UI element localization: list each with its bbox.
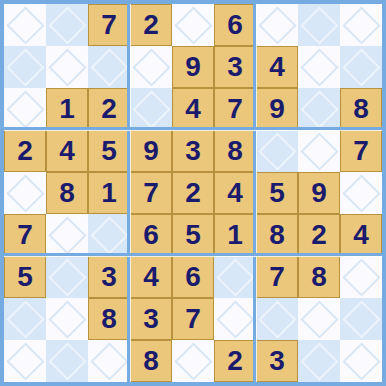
cell-value: 4 — [227, 179, 243, 207]
cell-r2c2[interactable] — [46, 46, 88, 88]
cell-r3c3[interactable]: 2 — [88, 88, 130, 130]
cell-value: 9 — [311, 179, 327, 207]
cell-value: 8 — [101, 305, 117, 333]
cell-value: 3 — [227, 53, 243, 81]
cell-r5c1[interactable] — [4, 172, 46, 214]
cell-r8c1[interactable] — [4, 298, 46, 340]
cell-value: 7 — [227, 95, 243, 123]
cell-value: 3 — [101, 263, 117, 291]
cell-value: 8 — [353, 95, 369, 123]
cell-r6c5[interactable]: 5 — [172, 214, 214, 256]
cell-r9c2[interactable] — [46, 340, 88, 382]
cell-value: 8 — [143, 347, 159, 375]
cell-r2c6[interactable]: 3 — [214, 46, 256, 88]
diamond-pattern-icon — [216, 300, 254, 338]
cell-r2c9[interactable] — [340, 46, 382, 88]
diamond-pattern-icon — [48, 6, 86, 44]
cell-r8c6[interactable] — [214, 298, 256, 340]
diamond-pattern-icon — [258, 300, 296, 338]
cell-value: 9 — [269, 95, 285, 123]
cell-value: 7 — [353, 137, 369, 165]
cell-r6c9[interactable]: 4 — [340, 214, 382, 256]
cell-r3c7[interactable]: 9 — [256, 88, 298, 130]
cell-value: 5 — [185, 221, 201, 249]
cell-r8c5[interactable]: 7 — [172, 298, 214, 340]
cell-r9c8[interactable] — [298, 340, 340, 382]
cell-value: 7 — [143, 179, 159, 207]
cell-r4c4[interactable]: 9 — [130, 130, 172, 172]
cell-value: 5 — [101, 137, 117, 165]
cell-value: 4 — [143, 263, 159, 291]
cell-value: 8 — [269, 221, 285, 249]
diamond-pattern-icon — [48, 48, 86, 86]
cell-r1c4[interactable]: 2 — [130, 4, 172, 46]
cell-value: 6 — [227, 11, 243, 39]
cell-value: 6 — [143, 221, 159, 249]
cell-r1c2[interactable] — [46, 4, 88, 46]
cell-value: 3 — [269, 347, 285, 375]
diamond-pattern-icon — [48, 300, 86, 338]
cell-value: 9 — [143, 137, 159, 165]
cell-r7c1[interactable]: 5 — [4, 256, 46, 298]
cell-value: 5 — [17, 263, 33, 291]
cell-r7c6[interactable] — [214, 256, 256, 298]
cell-r6c1[interactable]: 7 — [4, 214, 46, 256]
cell-value: 9 — [185, 53, 201, 81]
cell-r5c4[interactable]: 7 — [130, 172, 172, 214]
cell-r8c8[interactable] — [298, 298, 340, 340]
cell-value: 8 — [311, 263, 327, 291]
diamond-pattern-icon — [132, 90, 170, 128]
box-separator-horizontal-1 — [4, 127, 382, 130]
diamond-pattern-icon — [342, 6, 380, 44]
cell-r1c3[interactable]: 7 — [88, 4, 130, 46]
cell-r6c6[interactable]: 1 — [214, 214, 256, 256]
cell-value: 8 — [227, 137, 243, 165]
cell-value: 2 — [185, 179, 201, 207]
cell-value: 2 — [143, 11, 159, 39]
cell-value: 7 — [17, 221, 33, 249]
diamond-pattern-icon — [90, 342, 128, 380]
cell-r7c9[interactable] — [340, 256, 382, 298]
cell-value: 2 — [101, 95, 117, 123]
cell-r6c7[interactable]: 8 — [256, 214, 298, 256]
cell-value: 7 — [101, 11, 117, 39]
diamond-pattern-icon — [300, 6, 338, 44]
cell-value: 5 — [269, 179, 285, 207]
cell-r6c4[interactable]: 6 — [130, 214, 172, 256]
diamond-pattern-icon — [342, 174, 380, 212]
diamond-pattern-icon — [6, 48, 44, 86]
cell-r5c9[interactable] — [340, 172, 382, 214]
cell-r7c3[interactable]: 3 — [88, 256, 130, 298]
cell-r4c6[interactable]: 8 — [214, 130, 256, 172]
cell-value: 4 — [353, 221, 369, 249]
diamond-pattern-icon — [342, 48, 380, 86]
cell-r7c7[interactable]: 7 — [256, 256, 298, 298]
cell-r2c5[interactable]: 9 — [172, 46, 214, 88]
diamond-pattern-icon — [300, 90, 338, 128]
cell-value: 8 — [59, 179, 75, 207]
cell-r5c7[interactable]: 5 — [256, 172, 298, 214]
cell-value: 1 — [59, 95, 75, 123]
diamond-pattern-icon — [300, 300, 338, 338]
diamond-pattern-icon — [174, 6, 212, 44]
cell-value: 4 — [269, 53, 285, 81]
cell-r3c4[interactable] — [130, 88, 172, 130]
cell-r5c8[interactable]: 9 — [298, 172, 340, 214]
cell-r6c2[interactable] — [46, 214, 88, 256]
cell-r5c2[interactable]: 8 — [46, 172, 88, 214]
cell-r4c7[interactable] — [256, 130, 298, 172]
diamond-pattern-icon — [174, 342, 212, 380]
diamond-pattern-icon — [6, 174, 44, 212]
sudoku-board: 7269341247982459387817245976518245346788… — [0, 0, 386, 386]
diamond-pattern-icon — [48, 216, 86, 254]
box-separator-vertical-1 — [127, 4, 130, 382]
diamond-pattern-icon — [300, 342, 338, 380]
cell-r3c8[interactable] — [298, 88, 340, 130]
cell-r2c4[interactable] — [130, 46, 172, 88]
cell-value: 4 — [59, 137, 75, 165]
cell-r8c4[interactable]: 3 — [130, 298, 172, 340]
diamond-pattern-icon — [6, 342, 44, 380]
cell-value: 7 — [185, 305, 201, 333]
cell-r8c9[interactable] — [340, 298, 382, 340]
cell-r7c8[interactable]: 8 — [298, 256, 340, 298]
cell-value: 6 — [185, 263, 201, 291]
cell-r5c6[interactable]: 4 — [214, 172, 256, 214]
cell-r3c1[interactable] — [4, 88, 46, 130]
cell-r1c7[interactable] — [256, 4, 298, 46]
cell-r9c6[interactable]: 2 — [214, 340, 256, 382]
box-separator-horizontal-2 — [4, 253, 382, 256]
cell-r9c9[interactable] — [340, 340, 382, 382]
cell-r2c1[interactable] — [4, 46, 46, 88]
cell-r4c2[interactable]: 4 — [46, 130, 88, 172]
cell-r3c9[interactable]: 8 — [340, 88, 382, 130]
diamond-pattern-icon — [258, 6, 296, 44]
cell-r9c7[interactable]: 3 — [256, 340, 298, 382]
cell-r8c3[interactable]: 8 — [88, 298, 130, 340]
cell-r7c5[interactable]: 6 — [172, 256, 214, 298]
cell-r3c6[interactable]: 7 — [214, 88, 256, 130]
cell-r5c5[interactable]: 2 — [172, 172, 214, 214]
diamond-pattern-icon — [132, 48, 170, 86]
diamond-pattern-icon — [48, 258, 86, 296]
cell-value: 1 — [227, 221, 243, 249]
cell-value: 7 — [269, 263, 285, 291]
diamond-pattern-icon — [48, 342, 86, 380]
diamond-pattern-icon — [342, 300, 380, 338]
sudoku-grid: 7269341247982459387817245976518245346788… — [4, 4, 382, 382]
cell-r6c3[interactable] — [88, 214, 130, 256]
cell-r2c7[interactable]: 4 — [256, 46, 298, 88]
cell-r1c6[interactable]: 6 — [214, 4, 256, 46]
cell-r4c1[interactable]: 2 — [4, 130, 46, 172]
cell-r8c2[interactable] — [46, 298, 88, 340]
diamond-pattern-icon — [300, 48, 338, 86]
cell-value: 4 — [185, 95, 201, 123]
cell-value: 3 — [143, 305, 159, 333]
cell-r1c5[interactable] — [172, 4, 214, 46]
cell-r4c8[interactable] — [298, 130, 340, 172]
cell-r7c2[interactable] — [46, 256, 88, 298]
diamond-pattern-icon — [258, 132, 296, 170]
cell-r2c3[interactable] — [88, 46, 130, 88]
diamond-pattern-icon — [300, 132, 338, 170]
cell-r2c8[interactable] — [298, 46, 340, 88]
cell-r1c9[interactable] — [340, 4, 382, 46]
cell-r4c5[interactable]: 3 — [172, 130, 214, 172]
cell-r9c3[interactable] — [88, 340, 130, 382]
cell-r3c5[interactable]: 4 — [172, 88, 214, 130]
cell-value: 2 — [17, 137, 33, 165]
cell-value: 2 — [227, 347, 243, 375]
cell-r4c9[interactable]: 7 — [340, 130, 382, 172]
diamond-pattern-icon — [90, 48, 128, 86]
diamond-pattern-icon — [216, 258, 254, 296]
cell-r4c3[interactable]: 5 — [88, 130, 130, 172]
diamond-pattern-icon — [90, 216, 128, 254]
cell-r7c4[interactable]: 4 — [130, 256, 172, 298]
cell-r6c8[interactable]: 2 — [298, 214, 340, 256]
box-separator-vertical-2 — [253, 4, 256, 382]
cell-r1c1[interactable] — [4, 4, 46, 46]
cell-r9c5[interactable] — [172, 340, 214, 382]
diamond-pattern-icon — [6, 6, 44, 44]
cell-r8c7[interactable] — [256, 298, 298, 340]
cell-r5c3[interactable]: 1 — [88, 172, 130, 214]
cell-r1c8[interactable] — [298, 4, 340, 46]
cell-value: 3 — [185, 137, 201, 165]
cell-r3c2[interactable]: 1 — [46, 88, 88, 130]
diamond-pattern-icon — [6, 300, 44, 338]
diamond-pattern-icon — [342, 342, 380, 380]
cell-r9c1[interactable] — [4, 340, 46, 382]
cell-value: 2 — [311, 221, 327, 249]
cell-r9c4[interactable]: 8 — [130, 340, 172, 382]
diamond-pattern-icon — [342, 258, 380, 296]
cell-value: 1 — [101, 179, 117, 207]
diamond-pattern-icon — [6, 90, 44, 128]
